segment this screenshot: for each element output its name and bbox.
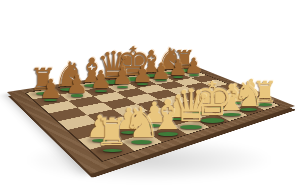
black-pawn-icon: ♟: [39, 76, 63, 102]
black-pawn-icon: ♟: [151, 60, 171, 82]
chess-pieces-layer: ♜♞♝♛♚♝♞♜♟♟♟♟♟♟♟♟♟♟♟♟♟♟♟♟♜♞♝♛♚♝♞♜: [0, 0, 300, 193]
black-pawn-icon: ♟: [66, 72, 89, 98]
black-pawn-icon: ♟: [168, 57, 188, 79]
black-pawn-icon: ♟: [90, 68, 112, 93]
black-pawn-icon: ♟: [112, 65, 133, 89]
black-pawn-icon: ♟: [132, 63, 153, 86]
white-rook-icon: ♜: [95, 114, 129, 152]
chess-set-photo: ♜♞♝♛♚♝♞♜♟♟♟♟♟♟♟♟♟♟♟♟♟♟♟♟♜♞♝♛♚♝♞♜: [0, 0, 300, 193]
